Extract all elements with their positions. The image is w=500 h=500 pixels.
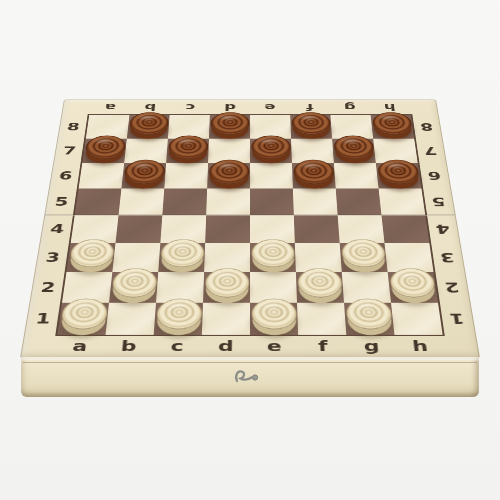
file-label-top-g: g bbox=[329, 100, 370, 116]
board-grid bbox=[57, 115, 442, 335]
square-h6[interactable] bbox=[376, 163, 422, 188]
light-piece-e3[interactable] bbox=[251, 239, 295, 267]
light-piece-a3[interactable] bbox=[68, 239, 115, 267]
square-h5[interactable] bbox=[379, 188, 426, 215]
square-f5[interactable] bbox=[293, 188, 338, 215]
rank-label-left-3: 3 bbox=[35, 243, 71, 272]
metal-clasp-icon[interactable] bbox=[232, 367, 264, 385]
square-c1[interactable] bbox=[154, 303, 203, 335]
square-f2[interactable] bbox=[296, 272, 344, 303]
dark-piece-h6[interactable] bbox=[376, 159, 420, 183]
light-piece-g3[interactable] bbox=[340, 239, 386, 267]
light-piece-c3[interactable] bbox=[160, 239, 205, 267]
square-c6[interactable] bbox=[164, 163, 208, 188]
square-e5[interactable] bbox=[250, 188, 294, 215]
square-h8[interactable] bbox=[371, 115, 415, 138]
square-g6[interactable] bbox=[334, 163, 379, 188]
square-d4[interactable] bbox=[205, 215, 250, 243]
square-c7[interactable] bbox=[166, 139, 209, 163]
file-label-top-c: c bbox=[170, 100, 211, 116]
file-label-bottom-h: h bbox=[394, 335, 446, 358]
square-f4[interactable] bbox=[294, 215, 340, 243]
file-label-bottom-c: c bbox=[152, 335, 202, 358]
light-piece-c1[interactable] bbox=[155, 298, 202, 329]
dark-piece-d6[interactable] bbox=[208, 159, 249, 183]
square-e6[interactable] bbox=[250, 163, 293, 188]
square-g3[interactable] bbox=[340, 243, 388, 272]
square-a7[interactable] bbox=[82, 139, 127, 163]
square-a6[interactable] bbox=[79, 163, 125, 188]
square-a1[interactable] bbox=[57, 303, 109, 335]
rank-label-right-2: 2 bbox=[434, 272, 471, 303]
square-b8[interactable] bbox=[127, 115, 170, 138]
dark-piece-f8[interactable] bbox=[291, 112, 331, 134]
rank-label-right-8: 8 bbox=[411, 115, 443, 138]
light-piece-f2[interactable] bbox=[297, 268, 343, 297]
box-front-panel bbox=[21, 357, 479, 397]
dark-piece-b6[interactable] bbox=[123, 159, 166, 183]
rank-label-right-4: 4 bbox=[425, 215, 460, 243]
light-piece-a1[interactable] bbox=[59, 298, 108, 329]
square-h2[interactable] bbox=[388, 272, 438, 303]
square-a5[interactable] bbox=[75, 188, 122, 215]
square-h1[interactable] bbox=[391, 303, 443, 335]
light-piece-b2[interactable] bbox=[111, 268, 158, 297]
square-d8[interactable] bbox=[209, 115, 250, 138]
square-b5[interactable] bbox=[119, 188, 165, 215]
square-b1[interactable] bbox=[106, 303, 156, 335]
square-b4[interactable] bbox=[116, 215, 163, 243]
square-b6[interactable] bbox=[121, 163, 166, 188]
light-piece-e1[interactable] bbox=[251, 298, 297, 329]
square-e7[interactable] bbox=[250, 139, 292, 163]
square-a3[interactable] bbox=[66, 243, 115, 272]
rank-label-right-3: 3 bbox=[429, 243, 465, 272]
file-label-top-a: a bbox=[89, 100, 131, 116]
rank-label-left-5: 5 bbox=[44, 188, 78, 215]
square-g7[interactable] bbox=[332, 139, 376, 163]
dark-piece-a7[interactable] bbox=[84, 135, 127, 158]
dark-piece-c7[interactable] bbox=[167, 135, 208, 158]
square-d2[interactable] bbox=[203, 272, 250, 303]
square-b2[interactable] bbox=[109, 272, 158, 303]
square-f6[interactable] bbox=[292, 163, 336, 188]
square-c3[interactable] bbox=[158, 243, 205, 272]
rank-label-right-6: 6 bbox=[418, 163, 451, 188]
board-perspective-wrap: abcdefgh abcdefgh 87654321 87654321 bbox=[20, 100, 480, 358]
rank-label-left-8: 8 bbox=[57, 115, 89, 138]
dark-piece-f6[interactable] bbox=[293, 159, 335, 183]
dark-piece-d8[interactable] bbox=[210, 112, 249, 134]
square-f1[interactable] bbox=[297, 303, 346, 335]
rank-label-right-5: 5 bbox=[421, 188, 455, 215]
dark-piece-e7[interactable] bbox=[251, 135, 291, 158]
square-c5[interactable] bbox=[162, 188, 207, 215]
dark-piece-b8[interactable] bbox=[128, 112, 169, 134]
dark-piece-g7[interactable] bbox=[333, 135, 375, 158]
light-piece-d2[interactable] bbox=[204, 268, 249, 297]
square-d5[interactable] bbox=[206, 188, 250, 215]
rank-label-left-2: 2 bbox=[29, 272, 66, 303]
rank-label-left-1: 1 bbox=[24, 303, 62, 335]
dark-piece-h8[interactable] bbox=[371, 112, 413, 134]
file-labels-top: abcdefgh bbox=[89, 100, 411, 116]
light-piece-h2[interactable] bbox=[388, 268, 436, 297]
file-label-bottom-g: g bbox=[346, 335, 397, 358]
file-label-bottom-a: a bbox=[54, 335, 106, 358]
square-h4[interactable] bbox=[381, 215, 429, 243]
square-e1[interactable] bbox=[250, 303, 298, 335]
file-label-top-e: e bbox=[250, 100, 290, 116]
square-d6[interactable] bbox=[207, 163, 250, 188]
square-f8[interactable] bbox=[290, 115, 332, 138]
file-label-bottom-e: e bbox=[250, 335, 299, 358]
square-e3[interactable] bbox=[250, 243, 296, 272]
file-label-bottom-b: b bbox=[103, 335, 154, 358]
square-d1[interactable] bbox=[202, 303, 250, 335]
box-lid-seam bbox=[23, 362, 477, 363]
light-piece-g1[interactable] bbox=[345, 298, 393, 329]
square-g1[interactable] bbox=[344, 303, 394, 335]
rank-label-left-4: 4 bbox=[40, 215, 75, 243]
rank-label-left-7: 7 bbox=[53, 139, 86, 163]
rank-label-right-1: 1 bbox=[438, 303, 476, 335]
square-g5[interactable] bbox=[336, 188, 382, 215]
rank-label-right-7: 7 bbox=[414, 139, 447, 163]
rank-label-left-6: 6 bbox=[49, 163, 82, 188]
file-labels-bottom: abcdefgh bbox=[54, 335, 446, 358]
checkers-board: abcdefgh abcdefgh 87654321 87654321 bbox=[20, 100, 480, 358]
file-label-bottom-f: f bbox=[298, 335, 348, 358]
file-label-bottom-d: d bbox=[201, 335, 250, 358]
scene: abcdefgh abcdefgh 87654321 87654321 bbox=[0, 0, 500, 500]
